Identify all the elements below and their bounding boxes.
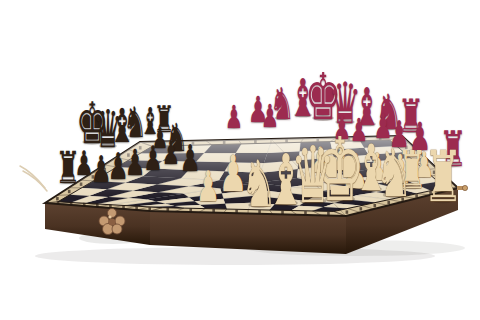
white-rook[interactable]: ♜ xyxy=(423,142,463,212)
white-knight[interactable]: ♞ xyxy=(375,141,413,207)
black-pawn[interactable]: ♟ xyxy=(162,137,180,169)
carry-string xyxy=(23,171,47,191)
black-rook[interactable]: ♜ xyxy=(55,146,80,190)
hinge-pin-icon xyxy=(462,185,467,190)
red-pawn[interactable]: ♟ xyxy=(261,100,279,132)
red-pawn[interactable]: ♟ xyxy=(225,101,243,133)
black-pawn[interactable]: ♟ xyxy=(90,151,111,188)
photo-canvas: ♝♞♚♟♛♝♟♟♞♜♜♝♞♟♟♝♟♚♛♟♟♟♞♟♜♟♟♟♟♟♟♟♟♟♟♜♟♟♜♝… xyxy=(0,0,480,320)
white-knight[interactable]: ♞ xyxy=(241,152,278,216)
black-pawn[interactable]: ♟ xyxy=(143,141,163,175)
white-pawn[interactable]: ♟ xyxy=(196,166,220,208)
